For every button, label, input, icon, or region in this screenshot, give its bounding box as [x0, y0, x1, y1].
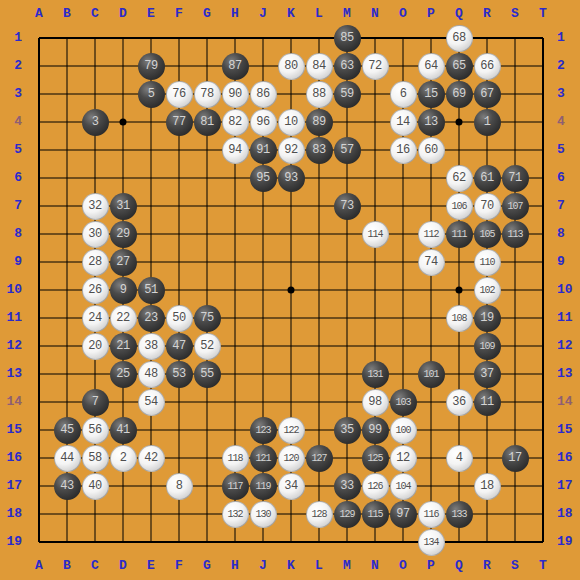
stone-J16[interactable]: 121	[250, 445, 277, 472]
move-number: 33	[334, 473, 361, 500]
move-number: 134	[419, 530, 444, 555]
move-number: 57	[334, 137, 361, 164]
move-number: 61	[474, 165, 501, 192]
stone-G11[interactable]: 75	[194, 305, 221, 332]
stone-Q2[interactable]: 65	[446, 53, 473, 80]
move-number: 52	[195, 334, 220, 359]
move-number: 23	[138, 305, 165, 332]
move-number: 102	[475, 278, 500, 303]
move-number: 84	[307, 54, 332, 79]
move-number: 3	[82, 109, 109, 136]
move-number: 18	[475, 474, 500, 499]
move-number: 104	[391, 474, 416, 499]
stone-Q16[interactable]: 4	[446, 445, 473, 472]
move-number: 109	[474, 333, 501, 360]
coord-label-right-3: 3	[557, 87, 580, 101]
stone-G3[interactable]: 78	[194, 81, 221, 108]
move-number: 26	[83, 278, 108, 303]
coord-label-right-19: 19	[557, 535, 580, 549]
coord-label-top-R: R	[473, 7, 501, 21]
coord-label-bottom-O: O	[389, 559, 417, 573]
stone-D9[interactable]: 27	[110, 249, 137, 276]
coord-label-bottom-H: H	[221, 559, 249, 573]
stone-G13[interactable]: 55	[194, 361, 221, 388]
stone-F3[interactable]: 76	[166, 81, 193, 108]
stone-P18[interactable]: 116	[418, 501, 445, 528]
stone-C16[interactable]: 58	[82, 445, 109, 472]
stone-R7[interactable]: 70	[474, 193, 501, 220]
move-number: 78	[195, 82, 220, 107]
stone-P5[interactable]: 60	[418, 137, 445, 164]
stone-Q18[interactable]: 133	[446, 501, 473, 528]
move-number: 111	[446, 221, 473, 248]
coord-label-right-5: 5	[557, 143, 580, 157]
move-number: 12	[391, 446, 416, 471]
coord-label-bottom-C: C	[81, 559, 109, 573]
coord-label-left-18: 18	[0, 507, 22, 521]
coord-label-top-B: B	[53, 7, 81, 21]
stone-Q14[interactable]: 36	[446, 389, 473, 416]
stone-K4[interactable]: 10	[278, 109, 305, 136]
coord-label-bottom-K: K	[277, 559, 305, 573]
stone-N13[interactable]: 131	[362, 361, 389, 388]
stone-C4[interactable]: 3	[82, 109, 109, 136]
stone-F11[interactable]: 50	[166, 305, 193, 332]
move-number: 47	[166, 333, 193, 360]
move-number: 133	[446, 501, 473, 528]
move-number: 68	[447, 26, 472, 51]
stone-E13[interactable]: 48	[138, 361, 165, 388]
move-number: 14	[391, 110, 416, 135]
move-number: 88	[307, 82, 332, 107]
stone-K17[interactable]: 34	[278, 473, 305, 500]
stone-R9[interactable]: 110	[474, 249, 501, 276]
stone-C12[interactable]: 20	[82, 333, 109, 360]
stone-S6[interactable]: 71	[502, 165, 529, 192]
stone-J18[interactable]: 130	[250, 501, 277, 528]
move-number: 103	[390, 389, 417, 416]
move-number: 69	[446, 81, 473, 108]
stone-J6[interactable]: 95	[250, 165, 277, 192]
stone-P13[interactable]: 101	[418, 361, 445, 388]
stone-Q6[interactable]: 62	[446, 165, 473, 192]
coord-label-left-9: 9	[0, 255, 22, 269]
move-number: 6	[391, 82, 416, 107]
stone-O15[interactable]: 100	[390, 417, 417, 444]
move-number: 112	[419, 222, 444, 247]
stone-N15[interactable]: 99	[362, 417, 389, 444]
stone-P3[interactable]: 15	[418, 81, 445, 108]
stone-E16[interactable]: 42	[138, 445, 165, 472]
stone-J3[interactable]: 86	[250, 81, 277, 108]
stone-R13[interactable]: 37	[474, 361, 501, 388]
move-number: 21	[110, 333, 137, 360]
stone-P19[interactable]: 134	[418, 529, 445, 556]
stone-C10[interactable]: 26	[82, 277, 109, 304]
stone-L5[interactable]: 83	[306, 137, 333, 164]
stone-L16[interactable]: 127	[306, 445, 333, 472]
move-number: 72	[363, 54, 388, 79]
stone-O4[interactable]: 14	[390, 109, 417, 136]
move-number: 37	[474, 361, 501, 388]
stone-N8[interactable]: 114	[362, 221, 389, 248]
coord-label-top-P: P	[417, 7, 445, 21]
move-number: 60	[419, 138, 444, 163]
coord-label-left-13: 13	[0, 367, 22, 381]
move-number: 71	[502, 165, 529, 192]
stone-C15[interactable]: 56	[82, 417, 109, 444]
stone-M15[interactable]: 35	[334, 417, 361, 444]
move-number: 131	[362, 361, 389, 388]
coord-label-top-F: F	[165, 7, 193, 21]
move-number: 10	[279, 110, 304, 135]
move-number: 110	[475, 250, 500, 275]
move-number: 129	[334, 501, 361, 528]
coord-label-top-E: E	[137, 7, 165, 21]
move-number: 87	[222, 53, 249, 80]
stone-E2[interactable]: 79	[138, 53, 165, 80]
stone-F4[interactable]: 77	[166, 109, 193, 136]
move-number: 22	[111, 306, 136, 331]
move-number: 120	[279, 446, 304, 471]
move-number: 117	[222, 473, 249, 500]
move-number: 2	[111, 446, 136, 471]
move-number: 64	[419, 54, 444, 79]
stone-M5[interactable]: 57	[334, 137, 361, 164]
coord-label-bottom-F: F	[165, 559, 193, 573]
coord-label-bottom-E: E	[137, 559, 165, 573]
stone-M2[interactable]: 63	[334, 53, 361, 80]
stone-H3[interactable]: 90	[222, 81, 249, 108]
move-number: 54	[139, 390, 164, 415]
coord-label-right-6: 6	[557, 171, 580, 185]
move-number: 85	[334, 25, 361, 52]
move-number: 100	[391, 418, 416, 443]
move-number: 35	[334, 417, 361, 444]
move-number: 32	[83, 194, 108, 219]
move-number: 66	[475, 54, 500, 79]
move-number: 42	[139, 446, 164, 471]
stone-Q7[interactable]: 106	[446, 193, 473, 220]
move-number: 16	[391, 138, 416, 163]
stone-E11[interactable]: 23	[138, 305, 165, 332]
coord-label-left-5: 5	[0, 143, 22, 157]
move-number: 126	[363, 474, 388, 499]
stone-R8[interactable]: 105	[474, 221, 501, 248]
stone-Q1[interactable]: 68	[446, 25, 473, 52]
coord-label-right-4: 4	[557, 115, 580, 129]
coord-label-right-1: 1	[557, 31, 580, 45]
stone-R2[interactable]: 66	[474, 53, 501, 80]
move-number: 93	[278, 165, 305, 192]
stone-D12[interactable]: 21	[110, 333, 137, 360]
stone-O3[interactable]: 6	[390, 81, 417, 108]
coord-label-left-6: 6	[0, 171, 22, 185]
coord-label-top-G: G	[193, 7, 221, 21]
stone-J17[interactable]: 119	[250, 473, 277, 500]
move-number: 122	[279, 418, 304, 443]
move-number: 62	[447, 166, 472, 191]
move-number: 17	[502, 445, 529, 472]
stone-D10[interactable]: 9	[110, 277, 137, 304]
move-number: 92	[279, 138, 304, 163]
move-number: 83	[306, 137, 333, 164]
stone-J4[interactable]: 96	[250, 109, 277, 136]
coord-label-top-M: M	[333, 7, 361, 21]
star-point-D4	[120, 119, 127, 126]
stone-L4[interactable]: 89	[306, 109, 333, 136]
move-number: 96	[251, 110, 276, 135]
stone-R17[interactable]: 18	[474, 473, 501, 500]
stone-S8[interactable]: 113	[502, 221, 529, 248]
move-number: 97	[390, 501, 417, 528]
stone-M17[interactable]: 33	[334, 473, 361, 500]
coord-label-right-8: 8	[557, 227, 580, 241]
move-number: 106	[447, 194, 472, 219]
stone-S16[interactable]: 17	[502, 445, 529, 472]
coord-label-bottom-Q: Q	[445, 559, 473, 573]
move-number: 19	[474, 305, 501, 332]
move-number: 38	[139, 334, 164, 359]
move-number: 15	[418, 81, 445, 108]
stone-D13[interactable]: 25	[110, 361, 137, 388]
stone-P2[interactable]: 64	[418, 53, 445, 80]
stone-D16[interactable]: 2	[110, 445, 137, 472]
go-board[interactable]: AABBCCDDEEFFGGHHJJKKLLMMNNOOPPQQRRSSTT11…	[0, 0, 580, 580]
move-number: 31	[110, 193, 137, 220]
stone-H16[interactable]: 118	[222, 445, 249, 472]
coord-label-right-18: 18	[557, 507, 580, 521]
move-number: 59	[334, 81, 361, 108]
stone-E12[interactable]: 38	[138, 333, 165, 360]
move-number: 58	[83, 446, 108, 471]
stone-E3[interactable]: 5	[138, 81, 165, 108]
move-number: 107	[502, 193, 529, 220]
stone-L3[interactable]: 88	[306, 81, 333, 108]
stone-C8[interactable]: 30	[82, 221, 109, 248]
stone-H17[interactable]: 117	[222, 473, 249, 500]
stone-D8[interactable]: 29	[110, 221, 137, 248]
stone-B17[interactable]: 43	[54, 473, 81, 500]
stone-P9[interactable]: 74	[418, 249, 445, 276]
coord-label-right-12: 12	[557, 339, 580, 353]
stone-R6[interactable]: 61	[474, 165, 501, 192]
move-number: 63	[334, 53, 361, 80]
move-number: 105	[474, 221, 501, 248]
coord-label-left-15: 15	[0, 423, 22, 437]
stone-N17[interactable]: 126	[362, 473, 389, 500]
coord-label-left-12: 12	[0, 339, 22, 353]
stone-Q8[interactable]: 111	[446, 221, 473, 248]
stone-P4[interactable]: 13	[418, 109, 445, 136]
move-number: 113	[502, 221, 529, 248]
move-number: 48	[139, 362, 164, 387]
move-number: 86	[251, 82, 276, 107]
stone-O17[interactable]: 104	[390, 473, 417, 500]
stone-G4[interactable]: 81	[194, 109, 221, 136]
stone-S7[interactable]: 107	[502, 193, 529, 220]
stone-R4[interactable]: 1	[474, 109, 501, 136]
move-number: 77	[166, 109, 193, 136]
coord-label-bottom-N: N	[361, 559, 389, 573]
stone-C17[interactable]: 40	[82, 473, 109, 500]
star-point-Q10	[456, 287, 463, 294]
move-number: 44	[55, 446, 80, 471]
move-number: 98	[363, 390, 388, 415]
stone-H4[interactable]: 82	[222, 109, 249, 136]
coord-label-right-2: 2	[557, 59, 580, 73]
coord-label-right-17: 17	[557, 479, 580, 493]
stone-B15[interactable]: 45	[54, 417, 81, 444]
move-number: 75	[194, 305, 221, 332]
coord-label-bottom-B: B	[53, 559, 81, 573]
coord-label-bottom-M: M	[333, 559, 361, 573]
coord-label-right-11: 11	[557, 311, 580, 325]
coord-label-bottom-L: L	[305, 559, 333, 573]
coord-label-left-11: 11	[0, 311, 22, 325]
stone-R14[interactable]: 11	[474, 389, 501, 416]
coord-label-left-16: 16	[0, 451, 22, 465]
stone-C9[interactable]: 28	[82, 249, 109, 276]
coord-label-top-D: D	[109, 7, 137, 21]
move-number: 8	[167, 474, 192, 499]
coord-label-left-4: 4	[0, 115, 22, 129]
move-number: 20	[83, 334, 108, 359]
coord-label-bottom-R: R	[473, 559, 501, 573]
coord-label-bottom-D: D	[109, 559, 137, 573]
stone-R10[interactable]: 102	[474, 277, 501, 304]
move-number: 128	[307, 502, 332, 527]
stone-D7[interactable]: 31	[110, 193, 137, 220]
stone-M1[interactable]: 85	[334, 25, 361, 52]
stone-C14[interactable]: 7	[82, 389, 109, 416]
stone-O14[interactable]: 103	[390, 389, 417, 416]
stone-M7[interactable]: 73	[334, 193, 361, 220]
stone-E14[interactable]: 54	[138, 389, 165, 416]
stone-F12[interactable]: 47	[166, 333, 193, 360]
star-point-Q4	[456, 119, 463, 126]
coord-label-right-9: 9	[557, 255, 580, 269]
stone-R3[interactable]: 67	[474, 81, 501, 108]
coord-label-right-15: 15	[557, 423, 580, 437]
move-number: 65	[446, 53, 473, 80]
stone-F13[interactable]: 53	[166, 361, 193, 388]
move-number: 36	[447, 390, 472, 415]
stone-K15[interactable]: 122	[278, 417, 305, 444]
stone-E10[interactable]: 51	[138, 277, 165, 304]
stone-H18[interactable]: 132	[222, 501, 249, 528]
move-number: 123	[250, 417, 277, 444]
move-number: 121	[250, 445, 277, 472]
move-number: 41	[110, 417, 137, 444]
coord-label-right-13: 13	[557, 367, 580, 381]
stone-N14[interactable]: 98	[362, 389, 389, 416]
stone-M18[interactable]: 129	[334, 501, 361, 528]
stone-L2[interactable]: 84	[306, 53, 333, 80]
move-number: 82	[223, 110, 248, 135]
move-number: 79	[138, 53, 165, 80]
stone-K6[interactable]: 93	[278, 165, 305, 192]
coord-label-top-N: N	[361, 7, 389, 21]
move-number: 53	[166, 361, 193, 388]
stone-N2[interactable]: 72	[362, 53, 389, 80]
stone-Q11[interactable]: 108	[446, 305, 473, 332]
move-number: 50	[167, 306, 192, 331]
move-number: 9	[110, 277, 137, 304]
coord-label-bottom-J: J	[249, 559, 277, 573]
coord-label-left-8: 8	[0, 227, 22, 241]
move-number: 90	[223, 82, 248, 107]
stone-J15[interactable]: 123	[250, 417, 277, 444]
move-number: 40	[83, 474, 108, 499]
coord-label-left-7: 7	[0, 199, 22, 213]
move-number: 119	[250, 473, 277, 500]
move-number: 5	[138, 81, 165, 108]
stone-D11[interactable]: 22	[110, 305, 137, 332]
stone-H2[interactable]: 87	[222, 53, 249, 80]
stone-G12[interactable]: 52	[194, 333, 221, 360]
move-number: 94	[223, 138, 248, 163]
stone-O16[interactable]: 12	[390, 445, 417, 472]
move-number: 29	[110, 221, 137, 248]
move-number: 45	[54, 417, 81, 444]
move-number: 4	[447, 446, 472, 471]
move-number: 74	[419, 250, 444, 275]
move-number: 27	[110, 249, 137, 276]
coord-label-left-2: 2	[0, 59, 22, 73]
coord-label-top-L: L	[305, 7, 333, 21]
stone-C7[interactable]: 32	[82, 193, 109, 220]
move-number: 25	[110, 361, 137, 388]
stone-H5[interactable]: 94	[222, 137, 249, 164]
stone-C11[interactable]: 24	[82, 305, 109, 332]
stone-R11[interactable]: 19	[474, 305, 501, 332]
coord-label-bottom-P: P	[417, 559, 445, 573]
coord-label-top-H: H	[221, 7, 249, 21]
move-number: 116	[419, 502, 444, 527]
stone-B16[interactable]: 44	[54, 445, 81, 472]
move-number: 28	[83, 250, 108, 275]
stone-D15[interactable]: 41	[110, 417, 137, 444]
stone-K5[interactable]: 92	[278, 137, 305, 164]
coord-label-right-10: 10	[557, 283, 580, 297]
stone-O18[interactable]: 97	[390, 501, 417, 528]
move-number: 43	[54, 473, 81, 500]
coord-label-top-K: K	[277, 7, 305, 21]
stone-K16[interactable]: 120	[278, 445, 305, 472]
move-number: 108	[447, 306, 472, 331]
move-number: 114	[363, 222, 388, 247]
stone-M3[interactable]: 59	[334, 81, 361, 108]
stone-F17[interactable]: 8	[166, 473, 193, 500]
move-number: 70	[475, 194, 500, 219]
stone-K2[interactable]: 80	[278, 53, 305, 80]
stone-N18[interactable]: 115	[362, 501, 389, 528]
coord-label-left-10: 10	[0, 283, 22, 297]
stone-L18[interactable]: 128	[306, 501, 333, 528]
stone-Q3[interactable]: 69	[446, 81, 473, 108]
move-number: 125	[362, 445, 389, 472]
move-number: 30	[83, 222, 108, 247]
coord-label-bottom-T: T	[529, 559, 557, 573]
stone-R12[interactable]: 109	[474, 333, 501, 360]
move-number: 55	[194, 361, 221, 388]
stone-N16[interactable]: 125	[362, 445, 389, 472]
stone-P8[interactable]: 112	[418, 221, 445, 248]
coord-label-left-19: 19	[0, 535, 22, 549]
stone-J5[interactable]: 91	[250, 137, 277, 164]
stone-O5[interactable]: 16	[390, 137, 417, 164]
